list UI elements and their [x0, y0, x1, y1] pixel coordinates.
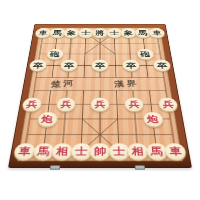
- piece-character: 兵: [128, 100, 140, 108]
- piece-character: 士: [75, 147, 87, 157]
- piece-character: 象: [67, 30, 77, 36]
- piece-red-f2r9[interactable]: 相: [51, 143, 73, 160]
- piece-black-f4r3[interactable]: 卒: [92, 60, 109, 71]
- piece-black-f3r0[interactable]: 士: [78, 28, 94, 38]
- piece-character: 炮: [41, 115, 53, 124]
- piece-black-f0r3[interactable]: 卒: [29, 60, 47, 71]
- piece-character: 卒: [126, 62, 136, 69]
- piece-black-f6r3[interactable]: 卒: [122, 60, 140, 71]
- piece-character: 兵: [26, 100, 38, 108]
- piece-black-f8r0[interactable]: 車: [149, 28, 166, 38]
- piece-red-f3r9[interactable]: 士: [70, 143, 91, 160]
- piece-character: 車: [38, 30, 48, 36]
- piece-red-f6r6[interactable]: 兵: [124, 98, 143, 112]
- piece-character: 卒: [95, 62, 105, 69]
- photo-stage: 楚河 漢界 車馬象士將士象馬車砲砲卒卒卒卒卒兵兵兵兵兵炮炮車馬相士帥士相馬車: [0, 0, 200, 200]
- pieces-layer: 車馬象士將士象馬車砲砲卒卒卒卒卒兵兵兵兵兵炮炮車馬相士帥士相馬車: [17, 28, 183, 162]
- piece-character: 車: [169, 147, 183, 157]
- piece-character: 馬: [37, 147, 50, 157]
- wooden-frame: 楚河 漢界 車馬象士將士象馬車砲砲卒卒卒卒卒兵兵兵兵兵炮炮車馬相士帥士相馬車: [8, 24, 192, 168]
- piece-character: 卒: [157, 62, 168, 69]
- xiangqi-board[interactable]: 楚河 漢界 車馬象士將士象馬車砲砲卒卒卒卒卒兵兵兵兵兵炮炮車馬相士帥士相馬車: [8, 24, 192, 168]
- piece-black-f7r2[interactable]: 砲: [137, 49, 154, 60]
- piece-character: 馬: [138, 30, 148, 36]
- piece-character: 兵: [94, 100, 105, 108]
- piece-character: 將: [95, 30, 104, 36]
- piece-character: 馬: [52, 30, 62, 36]
- piece-character: 相: [56, 147, 69, 157]
- piece-character: 馬: [150, 147, 163, 157]
- piece-character: 卒: [32, 62, 43, 69]
- piece-red-f1r7[interactable]: 炮: [37, 112, 58, 127]
- piece-black-f1r2[interactable]: 砲: [46, 49, 63, 60]
- hinge-right: [135, 165, 145, 169]
- piece-red-f8r9[interactable]: 車: [164, 143, 187, 160]
- piece-character: 車: [152, 30, 162, 36]
- piece-red-f8r6[interactable]: 兵: [158, 98, 178, 112]
- piece-character: 相: [131, 147, 144, 157]
- piece-red-f2r6[interactable]: 兵: [56, 98, 75, 112]
- piece-character: 兵: [162, 100, 174, 108]
- piece-red-f5r9[interactable]: 士: [109, 143, 130, 160]
- piece-character: 帥: [94, 147, 106, 157]
- piece-red-f7r7[interactable]: 炮: [143, 112, 164, 127]
- piece-character: 士: [81, 30, 90, 36]
- piece-red-f0r6[interactable]: 兵: [22, 98, 42, 112]
- piece-black-f8r3[interactable]: 卒: [153, 60, 171, 71]
- piece-red-f4r6[interactable]: 兵: [91, 98, 110, 112]
- piece-black-f2r3[interactable]: 卒: [60, 60, 78, 71]
- piece-character: 兵: [60, 100, 72, 108]
- piece-character: 砲: [50, 51, 60, 57]
- piece-character: 士: [110, 30, 119, 36]
- piece-black-f4r0[interactable]: 將: [92, 28, 108, 38]
- piece-character: 象: [124, 30, 134, 36]
- piece-character: 炮: [147, 115, 159, 124]
- piece-character: 砲: [140, 51, 150, 57]
- piece-character: 卒: [64, 62, 74, 69]
- piece-character: 車: [18, 147, 32, 157]
- piece-character: 士: [113, 147, 125, 157]
- hinge-left: [50, 165, 60, 169]
- piece-red-f4r9[interactable]: 帥: [90, 143, 111, 160]
- board-surface[interactable]: 楚河 漢界 車馬象士將士象馬車砲砲卒卒卒卒卒兵兵兵兵兵炮炮車馬相士帥士相馬車: [17, 28, 183, 162]
